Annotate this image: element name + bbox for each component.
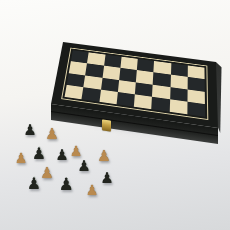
chess-pawn-wood: ♟	[15, 151, 28, 165]
photo-folding-chess-set: ♟♟♟♟♟♟♟♟♟♟♟♟♟	[0, 0, 230, 230]
chess-pawn-black: ♟	[58, 176, 73, 193]
chess-pawn-wood: ♟	[40, 166, 53, 181]
board-square	[82, 87, 101, 102]
chess-pawn-black: ♟	[23, 123, 36, 138]
chess-pawn-wood: ♟	[70, 144, 83, 158]
chess-pawn-wood: ♟	[45, 127, 58, 142]
checkerboard	[65, 50, 206, 117]
chess-pawn-black: ♟	[100, 171, 113, 186]
chess-pawn-wood: ♟	[86, 183, 99, 197]
chess-pawn-black: ♟	[27, 176, 41, 192]
board-square	[99, 89, 118, 104]
board-square	[65, 85, 84, 100]
board-square	[116, 92, 135, 107]
board-square	[151, 97, 169, 112]
chess-pawn-black: ♟	[55, 148, 68, 163]
chess-pawn-wood: ♟	[97, 149, 110, 164]
board-square	[169, 99, 187, 114]
chess-pawn-black: ♟	[77, 159, 90, 174]
board-square	[134, 94, 152, 109]
chess-pawn-black: ♟	[32, 146, 46, 162]
brass-clasp-icon	[102, 119, 111, 131]
board-square	[187, 101, 205, 116]
